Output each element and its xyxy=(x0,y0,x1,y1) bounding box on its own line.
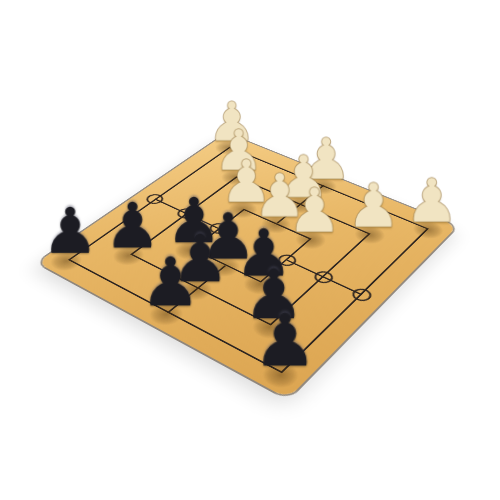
board-scene: ♟♟♟♟♟♟♟♟♟♟♟♟♟♟♟♟♟♟ xyxy=(0,0,500,500)
product-photo-stage: ♟♟♟♟♟♟♟♟♟♟♟♟♟♟♟♟♟♟ xyxy=(0,0,500,500)
black-pawn-d1[interactable]: ♟ xyxy=(141,249,195,317)
point-g4[interactable] xyxy=(330,274,393,316)
empty-point-circle-g4 xyxy=(348,286,375,304)
black-pawn-g1[interactable]: ♟ xyxy=(252,304,310,376)
empty-point-circle-f4 xyxy=(310,269,336,286)
point-g1[interactable]: ♟ xyxy=(247,349,317,399)
point-f6[interactable]: ♟ xyxy=(341,216,399,252)
point-d1[interactable]: ♟ xyxy=(135,291,201,335)
point-a1[interactable]: ♟ xyxy=(37,241,99,279)
point-g7[interactable]: ♟ xyxy=(400,211,458,246)
white-pawn-e5[interactable]: ♟ xyxy=(287,180,337,242)
black-pawn-a1[interactable]: ♟ xyxy=(42,200,93,263)
morris-board: ♟♟♟♟♟♟♟♟♟♟♟♟♟♟♟♟♟♟ xyxy=(37,133,457,399)
white-pawn-g7[interactable]: ♟ xyxy=(404,171,453,232)
white-pawn-f6[interactable]: ♟ xyxy=(346,176,395,237)
